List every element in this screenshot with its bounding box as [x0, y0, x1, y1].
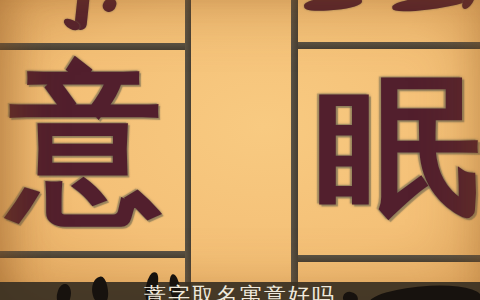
calligraphy-photo: 意 眠 薏字取名寓意好吗 [0, 0, 480, 300]
rule-line-right-bottom [298, 255, 480, 262]
calligraphy-character-mian: 眠 [288, 64, 480, 226]
copybook-column-left: 意 [0, 0, 185, 300]
copybook-column-right: 眠 [298, 0, 480, 300]
rule-line-left-bottom [0, 251, 185, 258]
caption-text: 薏字取名寓意好吗 [0, 284, 480, 300]
partial-red-character-sweep-stroke [304, 0, 363, 13]
partial-red-character-sweep-stroke [391, 0, 472, 15]
calligraphy-character-yi: 意 [2, 52, 169, 230]
partial-red-character-dot-stroke [101, 0, 117, 13]
copybook-gutter-column [191, 0, 291, 300]
copybook-grid: 意 眠 [0, 0, 480, 300]
partial-red-character-flick-stroke [460, 0, 478, 11]
rule-line-right-top [298, 42, 480, 49]
